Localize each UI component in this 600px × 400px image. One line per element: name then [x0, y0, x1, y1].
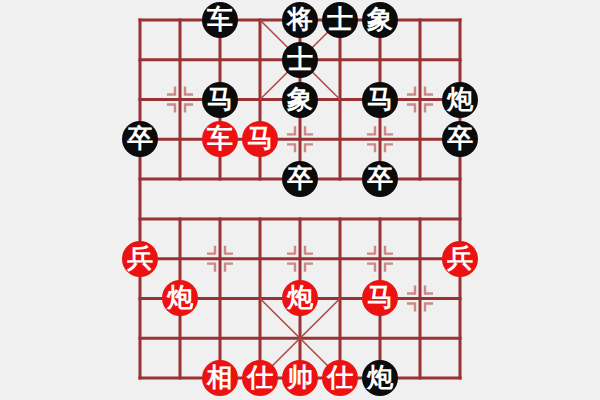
piece-red-horse[interactable]: 马 — [240, 119, 280, 159]
piece-red-cannon[interactable]: 炮 — [280, 278, 320, 318]
red-advisor-glyph: 仕 — [322, 360, 358, 396]
black-advisor-glyph: 士 — [322, 2, 358, 38]
red-elephant-glyph: 相 — [202, 360, 238, 396]
piece-black-horse[interactable]: 马 — [360, 80, 400, 120]
piece-red-pawn[interactable]: 兵 — [120, 239, 160, 279]
red-pawn-glyph: 兵 — [442, 241, 478, 277]
piece-red-cannon[interactable]: 炮 — [160, 278, 200, 318]
black-pawn-glyph: 卒 — [122, 121, 158, 157]
piece-red-advisor[interactable]: 仕 — [320, 358, 360, 398]
piece-black-advisor[interactable]: 士 — [280, 40, 320, 80]
red-horse-glyph: 马 — [242, 121, 278, 157]
piece-black-pawn[interactable]: 卒 — [120, 119, 160, 159]
black-chariot-glyph: 车 — [202, 2, 238, 38]
red-chariot-glyph: 车 — [202, 121, 238, 157]
black-pawn-glyph: 卒 — [442, 121, 478, 157]
piece-black-pawn[interactable]: 卒 — [280, 159, 320, 199]
black-advisor-glyph: 士 — [282, 42, 318, 78]
piece-red-advisor[interactable]: 仕 — [240, 358, 280, 398]
red-cannon-glyph: 炮 — [282, 280, 318, 316]
piece-black-pawn[interactable]: 卒 — [440, 119, 480, 159]
black-pawn-glyph: 卒 — [282, 161, 318, 197]
piece-red-elephant[interactable]: 相 — [200, 358, 240, 398]
black-horse-glyph: 马 — [362, 82, 398, 118]
black-cannon-glyph: 炮 — [442, 82, 478, 118]
piece-black-cannon[interactable]: 炮 — [360, 358, 400, 398]
black-pawn-glyph: 卒 — [362, 161, 398, 197]
black-cannon-glyph: 炮 — [362, 360, 398, 396]
xiangqi-app: 车将士象士马象马炮卒车马卒卒卒兵兵炮炮马相仕帅仕炮 — [0, 0, 600, 400]
piece-black-horse[interactable]: 马 — [200, 80, 240, 120]
black-elephant-glyph: 象 — [362, 2, 398, 38]
red-cannon-glyph: 炮 — [162, 280, 198, 316]
piece-black-general[interactable]: 将 — [280, 0, 320, 40]
black-elephant-glyph: 象 — [282, 82, 318, 118]
piece-black-chariot[interactable]: 车 — [200, 0, 240, 40]
piece-black-cannon[interactable]: 炮 — [440, 80, 480, 120]
piece-red-general[interactable]: 帅 — [280, 358, 320, 398]
red-pawn-glyph: 兵 — [122, 241, 158, 277]
xiangqi-board[interactable]: 车将士象士马象马炮卒车马卒卒卒兵兵炮炮马相仕帅仕炮 — [120, 0, 480, 398]
piece-black-elephant[interactable]: 象 — [360, 0, 400, 40]
red-general-glyph: 帅 — [282, 360, 318, 396]
piece-red-horse[interactable]: 马 — [360, 278, 400, 318]
red-advisor-glyph: 仕 — [242, 360, 278, 396]
piece-red-pawn[interactable]: 兵 — [440, 239, 480, 279]
piece-red-chariot[interactable]: 车 — [200, 119, 240, 159]
piece-black-elephant[interactable]: 象 — [280, 80, 320, 120]
piece-black-pawn[interactable]: 卒 — [360, 159, 400, 199]
black-general-glyph: 将 — [282, 2, 318, 38]
black-horse-glyph: 马 — [202, 82, 238, 118]
piece-black-advisor[interactable]: 士 — [320, 0, 360, 40]
red-horse-glyph: 马 — [362, 280, 398, 316]
